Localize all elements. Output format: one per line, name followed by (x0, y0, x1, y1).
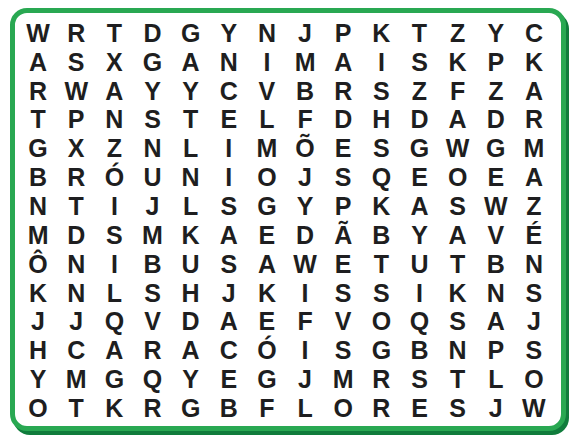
grid-cell[interactable]: N (172, 163, 210, 192)
wordsearch-board-frame: WRTDGYNJPKTZYCASXGANIMAISKPKRWAYYCVBRSZF… (10, 8, 566, 431)
grid-cell[interactable]: A (400, 192, 438, 221)
grid-cell[interactable]: U (172, 250, 210, 279)
grid-cell[interactable]: Z (95, 134, 133, 163)
grid-cell[interactable]: N (439, 336, 477, 365)
grid-cell[interactable]: N (133, 134, 171, 163)
grid-cell[interactable]: K (248, 279, 286, 308)
grid-cell[interactable]: A (95, 77, 133, 106)
grid-cell[interactable]: S (362, 77, 400, 106)
grid-cell[interactable]: S (57, 48, 95, 77)
grid-cell[interactable]: M (133, 221, 171, 250)
grid-cell[interactable]: S (133, 279, 171, 308)
grid-cell[interactable]: S (133, 106, 171, 135)
grid-cell[interactable]: G (172, 19, 210, 48)
grid-cell[interactable]: L (477, 365, 515, 394)
grid-cell[interactable]: E (400, 394, 438, 423)
grid-cell[interactable]: A (172, 336, 210, 365)
grid-cell[interactable]: A (439, 221, 477, 250)
grid-cell[interactable]: G (477, 134, 515, 163)
grid-cell[interactable]: U (400, 250, 438, 279)
grid-cell[interactable]: E (248, 308, 286, 337)
grid-cell[interactable]: P (477, 48, 515, 77)
grid-cell[interactable]: A (515, 77, 553, 106)
grid-cell[interactable]: D (400, 106, 438, 135)
grid-cell[interactable]: O (19, 394, 57, 423)
grid-cell[interactable]: E (400, 163, 438, 192)
grid-cell[interactable]: G (248, 365, 286, 394)
grid-cell[interactable]: R (133, 336, 171, 365)
grid-cell[interactable]: K (515, 48, 553, 77)
grid-cell[interactable]: G (362, 336, 400, 365)
grid-cell[interactable]: A (439, 106, 477, 135)
grid-cell[interactable]: A (95, 336, 133, 365)
grid-cell[interactable]: L (95, 279, 133, 308)
grid-cell[interactable]: V (133, 308, 171, 337)
grid-cell[interactable]: K (19, 279, 57, 308)
grid-cell[interactable]: F (248, 394, 286, 423)
grid-cell[interactable]: Y (400, 221, 438, 250)
grid-cell[interactable]: S (439, 394, 477, 423)
grid-cell[interactable]: G (133, 48, 171, 77)
grid-cell[interactable]: S (324, 163, 362, 192)
grid-cell[interactable]: W (515, 394, 553, 423)
grid-cell[interactable]: Q (95, 308, 133, 337)
grid-cell[interactable]: R (19, 77, 57, 106)
grid-cell[interactable]: G (172, 394, 210, 423)
grid-cell[interactable]: D (324, 106, 362, 135)
grid-cell[interactable]: C (57, 336, 95, 365)
grid-cell[interactable]: O (362, 308, 400, 337)
grid-cell[interactable]: T (400, 19, 438, 48)
grid-cell[interactable]: S (515, 279, 553, 308)
grid-cell[interactable]: W (477, 192, 515, 221)
grid-cell[interactable]: E (210, 365, 248, 394)
grid-cell[interactable]: A (477, 308, 515, 337)
grid-cell[interactable]: Y (477, 19, 515, 48)
grid-cell[interactable]: L (286, 394, 324, 423)
grid-cell[interactable]: Õ (286, 134, 324, 163)
grid-cell[interactable]: P (324, 19, 362, 48)
grid-cell[interactable]: P (324, 192, 362, 221)
grid-cell[interactable]: Y (133, 77, 171, 106)
grid-cell[interactable]: A (515, 163, 553, 192)
grid-cell[interactable]: N (19, 192, 57, 221)
grid-cell[interactable]: J (19, 308, 57, 337)
grid-cell[interactable]: P (477, 336, 515, 365)
grid-cell[interactable]: S (210, 250, 248, 279)
grid-cell[interactable]: M (57, 365, 95, 394)
grid-cell[interactable]: E (324, 134, 362, 163)
grid-cell[interactable]: Z (477, 77, 515, 106)
grid-cell[interactable]: R (133, 394, 171, 423)
grid-cell[interactable]: M (515, 134, 553, 163)
grid-cell[interactable]: W (286, 250, 324, 279)
grid-cell[interactable]: Ó (248, 336, 286, 365)
grid-cell[interactable]: J (286, 163, 324, 192)
grid-cell[interactable]: S (439, 192, 477, 221)
grid-cell[interactable]: Ô (19, 250, 57, 279)
grid-cell[interactable]: G (19, 134, 57, 163)
grid-cell[interactable]: N (515, 250, 553, 279)
grid-cell[interactable]: K (362, 192, 400, 221)
grid-cell[interactable]: R (324, 77, 362, 106)
grid-cell[interactable]: J (286, 19, 324, 48)
grid-cell[interactable]: O (439, 163, 477, 192)
grid-cell[interactable]: N (210, 48, 248, 77)
grid-cell[interactable]: K (362, 19, 400, 48)
grid-cell[interactable]: T (95, 19, 133, 48)
grid-cell[interactable]: S (400, 365, 438, 394)
grid-cell[interactable]: S (362, 134, 400, 163)
grid-cell[interactable]: D (172, 308, 210, 337)
grid-cell[interactable]: N (95, 106, 133, 135)
grid-cell[interactable]: S (324, 279, 362, 308)
grid-cell[interactable]: R (362, 394, 400, 423)
grid-cell[interactable]: Q (362, 163, 400, 192)
grid-cell[interactable]: I (362, 48, 400, 77)
grid-cell[interactable]: W (439, 134, 477, 163)
grid-cell[interactable]: J (57, 308, 95, 337)
grid-cell[interactable]: T (439, 250, 477, 279)
grid-cell[interactable]: S (324, 336, 362, 365)
grid-cell[interactable]: S (400, 48, 438, 77)
grid-cell[interactable]: E (210, 106, 248, 135)
grid-cell[interactable]: Y (19, 365, 57, 394)
grid-cell[interactable]: B (210, 394, 248, 423)
grid-cell[interactable]: T (362, 250, 400, 279)
grid-cell[interactable]: B (362, 221, 400, 250)
grid-cell[interactable]: Q (133, 365, 171, 394)
grid-cell[interactable]: T (57, 394, 95, 423)
grid-cell[interactable]: O (248, 163, 286, 192)
grid-cell[interactable]: O (515, 365, 553, 394)
grid-cell[interactable]: Z (439, 19, 477, 48)
grid-cell[interactable]: T (57, 192, 95, 221)
grid-cell[interactable]: K (439, 279, 477, 308)
grid-cell[interactable]: J (515, 308, 553, 337)
grid-cell[interactable]: I (286, 279, 324, 308)
grid-cell[interactable]: B (477, 250, 515, 279)
grid-cell[interactable]: B (400, 336, 438, 365)
grid-cell[interactable]: R (57, 163, 95, 192)
grid-cell[interactable]: C (515, 19, 553, 48)
grid-cell[interactable]: I (400, 279, 438, 308)
grid-cell[interactable]: R (515, 106, 553, 135)
grid-cell[interactable]: A (210, 221, 248, 250)
grid-cell[interactable]: F (286, 308, 324, 337)
grid-cell[interactable]: B (19, 163, 57, 192)
grid-cell[interactable]: S (439, 308, 477, 337)
grid-cell[interactable]: I (95, 250, 133, 279)
grid-cell[interactable]: W (57, 77, 95, 106)
grid-cell[interactable]: N (248, 19, 286, 48)
grid-cell[interactable]: J (477, 394, 515, 423)
grid-cell[interactable]: I (286, 336, 324, 365)
grid-cell[interactable]: C (210, 336, 248, 365)
grid-cell[interactable]: X (95, 48, 133, 77)
grid-cell[interactable]: R (57, 19, 95, 48)
grid-cell[interactable]: N (477, 279, 515, 308)
grid-cell[interactable]: R (362, 365, 400, 394)
grid-cell[interactable]: É (515, 221, 553, 250)
grid-cell[interactable]: A (172, 48, 210, 77)
grid-cell[interactable]: N (57, 250, 95, 279)
grid-cell[interactable]: D (286, 221, 324, 250)
grid-cell[interactable]: Y (172, 77, 210, 106)
grid-cell[interactable]: Y (286, 192, 324, 221)
grid-cell[interactable]: L (172, 192, 210, 221)
grid-cell[interactable]: D (57, 221, 95, 250)
grid-cell[interactable]: K (439, 48, 477, 77)
letter-grid: WRTDGYNJPKTZYCASXGANIMAISKPKRWAYYCVBRSZF… (15, 13, 561, 426)
grid-cell[interactable]: D (477, 106, 515, 135)
grid-cell[interactable]: I (248, 48, 286, 77)
grid-cell[interactable]: Q (400, 308, 438, 337)
grid-cell[interactable]: A (324, 48, 362, 77)
grid-cell[interactable]: I (210, 134, 248, 163)
grid-cell[interactable]: T (439, 365, 477, 394)
grid-cell[interactable]: G (400, 134, 438, 163)
grid-cell[interactable]: O (324, 394, 362, 423)
grid-cell[interactable]: J (133, 192, 171, 221)
grid-cell[interactable]: Ó (95, 163, 133, 192)
grid-cell[interactable]: K (95, 394, 133, 423)
grid-cell[interactable]: Z (400, 77, 438, 106)
grid-cell[interactable]: I (95, 192, 133, 221)
grid-cell[interactable]: A (19, 48, 57, 77)
grid-cell[interactable]: G (248, 192, 286, 221)
grid-cell[interactable]: A (210, 308, 248, 337)
grid-cell[interactable]: U (133, 163, 171, 192)
grid-cell[interactable]: G (95, 365, 133, 394)
grid-cell[interactable]: L (248, 106, 286, 135)
grid-cell[interactable]: M (324, 365, 362, 394)
grid-cell[interactable]: P (57, 106, 95, 135)
grid-cell[interactable]: A (248, 250, 286, 279)
grid-cell[interactable]: Ã (324, 221, 362, 250)
grid-cell[interactable]: H (19, 336, 57, 365)
grid-cell[interactable]: S (95, 221, 133, 250)
grid-cell[interactable]: V (324, 308, 362, 337)
grid-cell[interactable]: T (172, 106, 210, 135)
grid-cell[interactable]: J (210, 279, 248, 308)
grid-cell[interactable]: L (172, 134, 210, 163)
grid-cell[interactable]: J (286, 365, 324, 394)
grid-cell[interactable]: V (477, 221, 515, 250)
grid-cell[interactable]: F (286, 106, 324, 135)
grid-cell[interactable]: E (477, 163, 515, 192)
grid-cell[interactable]: S (515, 336, 553, 365)
grid-cell[interactable]: X (57, 134, 95, 163)
grid-cell[interactable]: K (172, 221, 210, 250)
grid-cell[interactable]: M (248, 134, 286, 163)
grid-cell[interactable]: Y (210, 19, 248, 48)
grid-cell[interactable]: T (19, 106, 57, 135)
grid-cell[interactable]: N (57, 279, 95, 308)
grid-cell[interactable]: C (210, 77, 248, 106)
grid-cell[interactable]: H (362, 106, 400, 135)
grid-cell[interactable]: S (210, 192, 248, 221)
grid-cell[interactable]: M (19, 221, 57, 250)
grid-cell[interactable]: D (133, 19, 171, 48)
page: WRTDGYNJPKTZYCASXGANIMAISKPKRWAYYCVBRSZF… (0, 0, 576, 441)
grid-cell[interactable]: Y (172, 365, 210, 394)
grid-cell[interactable]: E (324, 250, 362, 279)
grid-cell[interactable]: M (286, 48, 324, 77)
grid-cell[interactable]: H (172, 279, 210, 308)
grid-cell[interactable]: B (133, 250, 171, 279)
grid-cell[interactable]: B (286, 77, 324, 106)
grid-cell[interactable]: F (439, 77, 477, 106)
grid-cell[interactable]: E (248, 221, 286, 250)
grid-cell[interactable]: Z (515, 192, 553, 221)
grid-cell[interactable]: V (248, 77, 286, 106)
grid-cell[interactable]: W (19, 19, 57, 48)
grid-cell[interactable]: S (362, 279, 400, 308)
grid-cell[interactable]: I (210, 163, 248, 192)
